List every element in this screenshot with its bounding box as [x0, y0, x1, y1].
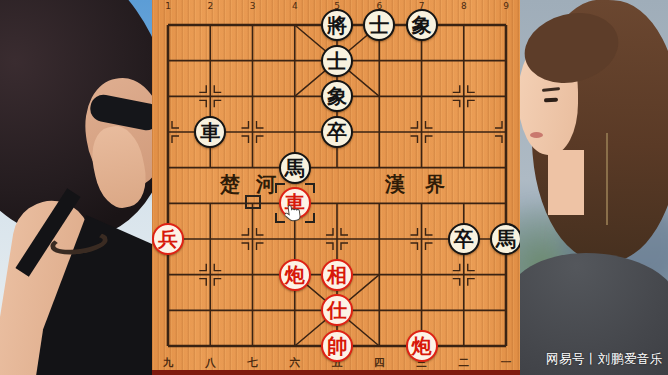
left-photo [0, 0, 152, 375]
red-general[interactable]: 帥 [321, 330, 353, 362]
black-horse[interactable]: 馬 [490, 223, 520, 255]
right-photo-lips [530, 132, 543, 138]
red-elephant[interactable]: 相 [321, 259, 353, 291]
red-cannon[interactable]: 炮 [279, 259, 311, 291]
board-bottom-strip [152, 370, 520, 375]
red-soldier[interactable]: 兵 [152, 223, 184, 255]
black-elephant[interactable]: 象 [321, 80, 353, 112]
right-photo: 网易号丨刘鹏爱音乐 [520, 0, 668, 375]
black-general[interactable]: 將 [321, 9, 353, 41]
black-horse[interactable]: 馬 [279, 152, 311, 184]
earring [606, 133, 608, 225]
black-advisor[interactable]: 士 [321, 45, 353, 77]
red-advisor[interactable]: 仕 [321, 294, 353, 326]
black-soldier[interactable]: 卒 [321, 116, 353, 148]
last-move-from-marker [245, 195, 261, 209]
red-cannon[interactable]: 炮 [406, 330, 438, 362]
black-advisor[interactable]: 士 [363, 9, 395, 41]
black-chariot[interactable]: 車 [194, 116, 226, 148]
black-elephant[interactable]: 象 [406, 9, 438, 41]
xiangqi-board[interactable]: 123456789 九八七六五四三二一 楚 河 漢 界 將士象士象車卒馬車兵卒馬… [152, 0, 520, 375]
right-photo-neck [548, 150, 584, 215]
screenshot: 123456789 九八七六五四三二一 楚 河 漢 界 將士象士象車卒馬車兵卒馬… [0, 0, 668, 375]
black-soldier[interactable]: 卒 [448, 223, 480, 255]
pieces-layer: 將士象士象車卒馬車兵卒馬炮相仕帥炮 [152, 7, 520, 364]
cursor-hand-icon [284, 203, 303, 224]
watermark-text: 网易号丨刘鹏爱音乐 [546, 351, 663, 368]
